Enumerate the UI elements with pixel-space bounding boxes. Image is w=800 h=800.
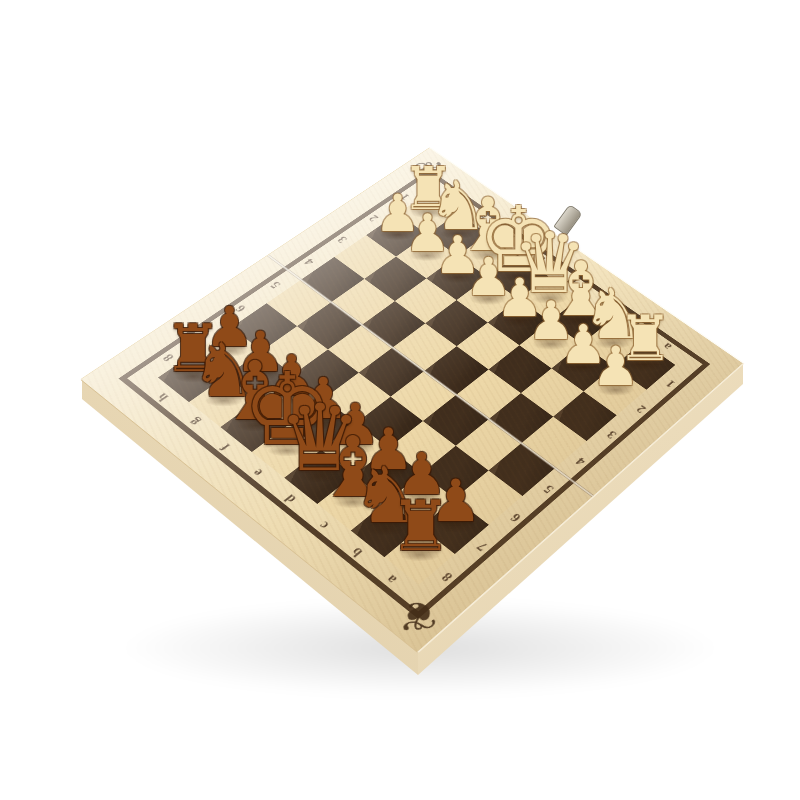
corner-ornament-icon: ❦ xyxy=(412,158,445,185)
corner-ornament-icon: ❦ xyxy=(398,595,439,637)
metal-latch xyxy=(553,204,582,236)
border-frame xyxy=(119,169,711,618)
chess-board: hgfedcbahgfedcba1234567812345678 ❦ ❦ xyxy=(80,147,745,653)
product-photo: hgfedcbahgfedcba1234567812345678 ❦ ❦ ♜♞♝… xyxy=(0,0,800,800)
